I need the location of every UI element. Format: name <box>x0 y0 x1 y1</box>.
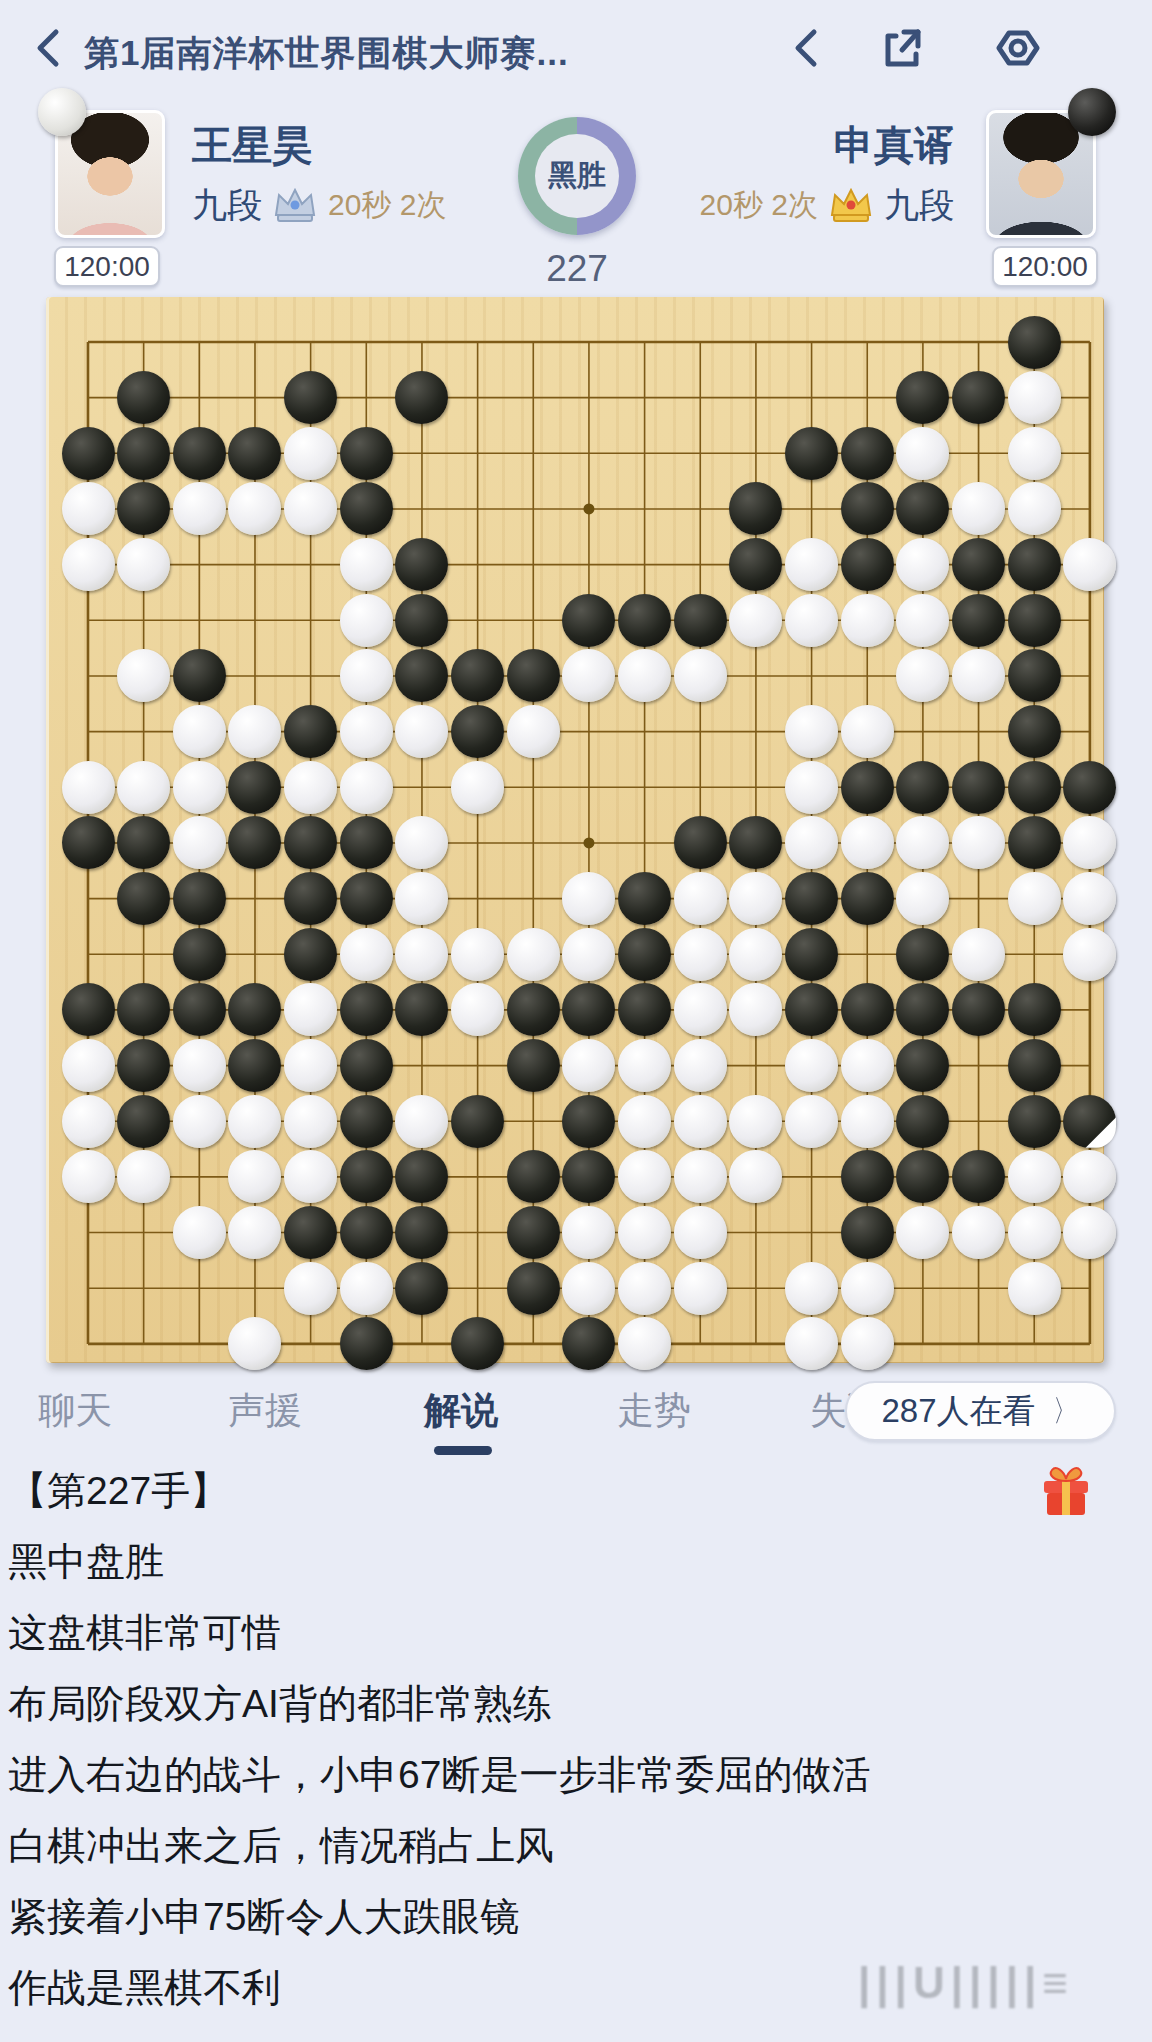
black-stone <box>1008 816 1061 869</box>
white-stone <box>841 816 894 869</box>
commentary-line: 这盘棋非常可惜 <box>8 1597 1144 1668</box>
tab-cheer[interactable]: 声援 <box>228 1386 302 1436</box>
white-stone <box>618 1262 671 1315</box>
white-stone <box>173 705 226 758</box>
black-stone <box>340 1317 393 1370</box>
black-stone <box>562 1095 615 1148</box>
white-stone <box>117 761 170 814</box>
white-stone <box>896 594 949 647</box>
white-stone <box>729 928 782 981</box>
white-stone <box>173 761 226 814</box>
white-stone <box>1063 816 1116 869</box>
white-stone <box>284 1039 337 1092</box>
black-stone <box>618 872 671 925</box>
chevron-right-icon: 〉 <box>1053 1391 1077 1432</box>
white-stone <box>841 1262 894 1315</box>
white-stone <box>618 1206 671 1259</box>
black-stone <box>841 1150 894 1203</box>
white-stone <box>562 1262 615 1315</box>
white-stone <box>62 761 115 814</box>
white-stone <box>1063 1206 1116 1259</box>
move-number: 227 <box>518 248 636 290</box>
black-stone <box>841 538 894 591</box>
black-stone <box>1008 1039 1061 1092</box>
black-stone <box>785 872 838 925</box>
black-stone <box>62 427 115 480</box>
black-stone <box>507 1206 560 1259</box>
right-player-byoyomi: 20秒 2次 <box>700 185 818 226</box>
white-stone <box>841 1095 894 1148</box>
white-stone <box>62 1095 115 1148</box>
white-stone <box>785 1262 838 1315</box>
commentary-line: 白棋冲出来之后，情况稍占上风 <box>8 1810 1144 1881</box>
white-stone <box>952 1206 1005 1259</box>
black-stone <box>340 1095 393 1148</box>
black-stone <box>674 594 727 647</box>
black-stone <box>952 371 1005 424</box>
white-stone <box>340 928 393 981</box>
black-stone <box>507 649 560 702</box>
white-stone <box>1008 872 1061 925</box>
white-stone <box>729 594 782 647</box>
white-stone <box>62 482 115 535</box>
black-stone <box>1008 649 1061 702</box>
white-stone <box>340 705 393 758</box>
right-player-rank: 九段 <box>884 182 954 229</box>
black-stone <box>507 1150 560 1203</box>
black-stone <box>1008 1095 1061 1148</box>
white-stone <box>284 1262 337 1315</box>
white-stone <box>340 1262 393 1315</box>
white-stone <box>284 1095 337 1148</box>
viewers-count: 287人在看 <box>881 1389 1035 1434</box>
black-stone <box>173 928 226 981</box>
white-stone <box>117 538 170 591</box>
black-stone <box>173 649 226 702</box>
result-donut: 黑胜 <box>518 117 636 235</box>
black-stone <box>952 594 1005 647</box>
black-stone <box>62 816 115 869</box>
white-stone <box>62 1150 115 1203</box>
white-stone <box>785 761 838 814</box>
silver-crown-icon <box>272 185 318 225</box>
black-stone <box>841 482 894 535</box>
active-tab-underline <box>434 1446 492 1455</box>
white-stone <box>674 1150 727 1203</box>
white-stone <box>674 872 727 925</box>
black-stone <box>896 761 949 814</box>
black-stone <box>952 761 1005 814</box>
black-stone <box>228 761 281 814</box>
white-stone <box>841 594 894 647</box>
left-player-rank: 九段 <box>192 182 262 229</box>
white-stone <box>674 1206 727 1259</box>
tab-trend[interactable]: 走势 <box>617 1386 691 1436</box>
black-stone <box>173 872 226 925</box>
black-stone <box>1008 705 1061 758</box>
tab-chat[interactable]: 聊天 <box>38 1386 112 1436</box>
white-stone-badge <box>38 88 86 136</box>
black-stone <box>340 1150 393 1203</box>
white-stone <box>785 705 838 758</box>
black-stone <box>173 983 226 1036</box>
app-root: 第1届南洋杯世界围棋大师赛... 王星昊 九段 <box>0 0 1152 2042</box>
black-stone <box>395 594 448 647</box>
black-stone <box>841 427 894 480</box>
black-stone <box>507 1262 560 1315</box>
white-stone <box>284 761 337 814</box>
black-stone <box>340 983 393 1036</box>
white-stone <box>340 649 393 702</box>
black-stone <box>618 928 671 981</box>
black-stone <box>785 928 838 981</box>
black-stone <box>117 427 170 480</box>
commentary-panel: 【第227手】 黑中盘胜 这盘棋非常可惜 布局阶段双方AI背的都非常熟练 进入右… <box>8 1455 1144 2023</box>
black-stone <box>1063 761 1116 814</box>
white-stone <box>395 928 448 981</box>
white-stone <box>62 538 115 591</box>
white-stone <box>451 761 504 814</box>
white-stone <box>340 761 393 814</box>
white-stone <box>841 705 894 758</box>
white-stone <box>618 1039 671 1092</box>
black-stone <box>896 1095 949 1148</box>
white-stone <box>674 649 727 702</box>
white-stone <box>785 594 838 647</box>
black-stone <box>841 872 894 925</box>
white-stone <box>674 928 727 981</box>
black-stone <box>340 1206 393 1259</box>
white-stone <box>1008 482 1061 535</box>
black-stone <box>1063 1095 1116 1148</box>
black-stone <box>395 1262 448 1315</box>
black-stone <box>841 761 894 814</box>
white-stone <box>173 482 226 535</box>
black-stone <box>451 1095 504 1148</box>
left-player-rank-row: 九段 20秒 2次 <box>192 182 446 228</box>
white-stone <box>340 538 393 591</box>
left-player-timer: 120:00 <box>54 246 160 287</box>
white-stone <box>1008 1206 1061 1259</box>
white-stone <box>1008 1262 1061 1315</box>
white-stone <box>228 1095 281 1148</box>
white-stone <box>618 1095 671 1148</box>
commentary-line: 布局阶段双方AI背的都非常熟练 <box>8 1668 1144 1739</box>
black-stone <box>1008 316 1061 369</box>
result-label: 黑胜 <box>535 134 619 218</box>
black-stone-badge <box>1068 88 1116 136</box>
commentary-line: 黑中盘胜 <box>8 1526 1144 1597</box>
black-stone <box>284 705 337 758</box>
black-stone <box>284 1206 337 1259</box>
white-stone <box>340 594 393 647</box>
back-icon[interactable] <box>28 26 72 70</box>
white-stone <box>173 1095 226 1148</box>
black-stone <box>62 983 115 1036</box>
prev-move-icon[interactable] <box>786 26 830 70</box>
black-stone <box>896 928 949 981</box>
black-stone <box>1008 761 1061 814</box>
right-player-timer: 120:00 <box>992 246 1098 287</box>
black-stone <box>340 427 393 480</box>
black-stone <box>340 1039 393 1092</box>
black-stone <box>284 371 337 424</box>
white-stone <box>507 705 560 758</box>
white-stone <box>1063 928 1116 981</box>
gold-crown-icon <box>828 185 874 225</box>
right-player-name: 申真谞 <box>834 118 954 173</box>
white-stone <box>173 816 226 869</box>
black-stone <box>340 482 393 535</box>
white-stone <box>1063 1150 1116 1203</box>
tab-bar: 聊天 声援 解说 走势 失误 287人在看 〉 <box>0 1378 1152 1458</box>
white-stone <box>1008 1150 1061 1203</box>
white-stone <box>62 1039 115 1092</box>
commentary-line: 进入右边的战斗，小申67断是一步非常委屈的做活 <box>8 1739 1144 1810</box>
tab-commentary[interactable]: 解说 <box>424 1386 498 1436</box>
white-stone <box>674 1039 727 1092</box>
white-stone <box>1008 371 1061 424</box>
black-stone <box>228 427 281 480</box>
white-stone <box>507 928 560 981</box>
white-stone <box>1008 427 1061 480</box>
white-stone <box>674 983 727 1036</box>
black-stone <box>507 1039 560 1092</box>
page-title: 第1届南洋杯世界围棋大师赛... <box>84 30 569 77</box>
white-stone <box>785 538 838 591</box>
left-player-name: 王星昊 <box>192 118 312 173</box>
black-stone <box>340 872 393 925</box>
right-player-rank-row: 20秒 2次 九段 <box>700 182 954 228</box>
commentary-line: 【第227手】 <box>8 1455 1144 1526</box>
white-stone <box>173 1206 226 1259</box>
left-player-byoyomi: 20秒 2次 <box>328 185 446 226</box>
black-stone <box>841 1206 894 1259</box>
black-stone <box>1008 983 1061 1036</box>
black-stone <box>340 816 393 869</box>
black-stone <box>117 1039 170 1092</box>
white-stone <box>451 928 504 981</box>
black-stone <box>562 594 615 647</box>
white-stone <box>562 928 615 981</box>
white-stone <box>785 1095 838 1148</box>
white-stone <box>395 1095 448 1148</box>
white-stone <box>952 928 1005 981</box>
commentary-line: 紧接着小申75断令人大跌眼镜 <box>8 1881 1144 1952</box>
white-stone <box>674 1262 727 1315</box>
white-stone <box>173 1039 226 1092</box>
black-stone <box>952 538 1005 591</box>
white-stone <box>1063 538 1116 591</box>
black-stone <box>117 872 170 925</box>
black-stone <box>785 427 838 480</box>
black-stone <box>507 983 560 1036</box>
share-icon[interactable] <box>880 26 924 70</box>
viewers-pill[interactable]: 287人在看 〉 <box>845 1381 1116 1441</box>
gift-icon[interactable] <box>1040 1463 1092 1517</box>
black-stone <box>173 427 226 480</box>
white-stone <box>674 1095 727 1148</box>
black-stone <box>841 983 894 1036</box>
white-stone <box>841 1039 894 1092</box>
header: 第1届南洋杯世界围棋大师赛... <box>0 0 1152 95</box>
white-stone <box>785 1039 838 1092</box>
go-board <box>46 297 1104 1363</box>
black-stone <box>117 1095 170 1148</box>
white-stone <box>841 1317 894 1370</box>
black-stone <box>117 371 170 424</box>
black-stone <box>284 872 337 925</box>
black-stone <box>284 928 337 981</box>
black-stone <box>618 594 671 647</box>
watermark: |||U|||||≡ <box>858 1958 1144 2012</box>
white-stone <box>1063 872 1116 925</box>
black-stone <box>1008 594 1061 647</box>
white-stone <box>896 427 949 480</box>
black-stone <box>1008 538 1061 591</box>
white-stone <box>284 427 337 480</box>
black-stone <box>674 816 727 869</box>
last-move-marker <box>1063 1095 1116 1148</box>
record-icon[interactable] <box>996 26 1040 70</box>
black-stone <box>451 705 504 758</box>
white-stone <box>729 1095 782 1148</box>
